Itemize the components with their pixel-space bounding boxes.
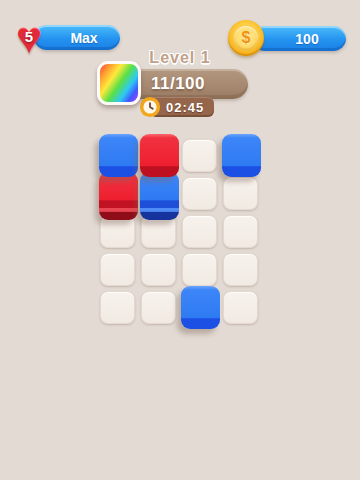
level-title: Level 1 (0, 49, 360, 67)
board-cell[interactable] (182, 291, 217, 324)
board-cell[interactable] (100, 177, 135, 210)
board-cell[interactable] (141, 177, 176, 210)
board-cell[interactable] (182, 253, 217, 286)
coin-count[interactable]: 100 (252, 26, 346, 51)
lives-count: 5 (25, 28, 33, 45)
timer-text: 02:45 (166, 100, 204, 115)
board-cell[interactable] (223, 215, 258, 248)
coin-icon: $ (228, 20, 264, 56)
board-cell[interactable] (223, 139, 258, 172)
coin-symbol: $ (234, 26, 258, 50)
board-cell[interactable] (223, 291, 258, 324)
board-cell[interactable] (182, 139, 217, 172)
block-red[interactable] (140, 134, 179, 177)
board-cell[interactable] (182, 177, 217, 210)
board-cell[interactable] (141, 253, 176, 286)
board-cell[interactable] (100, 139, 135, 172)
block-blue[interactable] (140, 172, 179, 220)
block-blue[interactable] (99, 134, 138, 177)
timer-pill: 02:45 (150, 97, 214, 117)
clock-icon (139, 96, 161, 118)
board-cell[interactable] (100, 253, 135, 286)
board-cell[interactable] (141, 139, 176, 172)
level-progress-text: 11/100 (151, 74, 205, 94)
board-cell[interactable] (223, 177, 258, 210)
game-board (100, 139, 258, 324)
game-screen: ♥ 5 Max $ 100 Level 1 11/100 02:45 (0, 0, 360, 480)
board-cell[interactable] (100, 291, 135, 324)
block-blue[interactable] (222, 134, 261, 177)
board-cell[interactable] (182, 215, 217, 248)
coins-widget[interactable]: $ 100 (234, 26, 346, 51)
rainbow-tile-icon[interactable] (97, 61, 141, 105)
board-cell[interactable] (223, 253, 258, 286)
board-cell[interactable] (141, 291, 176, 324)
lives-widget[interactable]: ♥ 5 Max (14, 25, 120, 50)
block-blue[interactable] (181, 286, 220, 329)
block-red[interactable] (99, 172, 138, 220)
heart-icon: ♥ 5 (8, 17, 50, 59)
